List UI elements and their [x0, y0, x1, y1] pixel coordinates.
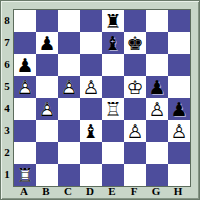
- square-g1[interactable]: [146, 164, 168, 186]
- square-h6[interactable]: [168, 54, 190, 76]
- black-pawn[interactable]: ♟: [168, 98, 190, 120]
- square-h5[interactable]: [168, 76, 190, 98]
- file-label-a: A: [13, 185, 35, 199]
- square-b2[interactable]: [36, 142, 58, 164]
- rank-labels: 87654321: [1, 9, 13, 185]
- white-pawn[interactable]: ♟♙: [14, 76, 36, 98]
- square-e5[interactable]: [102, 76, 124, 98]
- square-d4[interactable]: [80, 98, 102, 120]
- file-label-d: D: [79, 185, 101, 199]
- square-g5[interactable]: ♟: [146, 76, 168, 98]
- square-d7[interactable]: [80, 32, 102, 54]
- rank-label-8: 8: [1, 9, 13, 31]
- square-a2[interactable]: [14, 142, 36, 164]
- square-b1[interactable]: [36, 164, 58, 186]
- white-pawn-fill: ♟: [36, 98, 58, 120]
- file-label-c: C: [57, 185, 79, 199]
- black-pawn-fill: ♟: [36, 32, 58, 54]
- file-label-e: E: [101, 185, 123, 199]
- black-pawn-fill: ♟: [14, 54, 36, 76]
- square-e2[interactable]: [102, 142, 124, 164]
- square-f2[interactable]: [124, 142, 146, 164]
- white-pawn-fill: ♟: [168, 120, 190, 142]
- white-rook-fill: ♜: [14, 164, 36, 186]
- square-g4[interactable]: ♟♙: [146, 98, 168, 120]
- square-a7[interactable]: [14, 32, 36, 54]
- square-h1[interactable]: [168, 164, 190, 186]
- square-a8[interactable]: [14, 10, 36, 32]
- white-pawn[interactable]: ♟♙: [124, 120, 146, 142]
- white-rook-fill: ♜: [102, 98, 124, 120]
- black-pawn[interactable]: ♟: [36, 32, 58, 54]
- white-pawn-outline: ♙: [36, 98, 58, 120]
- white-pawn-fill: ♟: [14, 76, 36, 98]
- square-b3[interactable]: [36, 120, 58, 142]
- white-pawn-outline: ♙: [146, 98, 168, 120]
- white-pawn-outline: ♙: [80, 76, 102, 98]
- square-g3[interactable]: [146, 120, 168, 142]
- square-f3[interactable]: ♟♙: [124, 120, 146, 142]
- square-e6[interactable]: [102, 54, 124, 76]
- file-labels: ABCDEFGH: [13, 185, 189, 199]
- black-bishop-fill: ♝: [80, 120, 102, 142]
- square-e1[interactable]: [102, 164, 124, 186]
- square-d1[interactable]: [80, 164, 102, 186]
- square-g7[interactable]: [146, 32, 168, 54]
- black-pawn[interactable]: ♟: [146, 76, 168, 98]
- square-h8[interactable]: [168, 10, 190, 32]
- square-d2[interactable]: [80, 142, 102, 164]
- square-g6[interactable]: [146, 54, 168, 76]
- file-label-f: F: [123, 185, 145, 199]
- white-pawn-outline: ♙: [14, 76, 36, 98]
- square-b6[interactable]: [36, 54, 58, 76]
- square-c2[interactable]: [58, 142, 80, 164]
- square-a1[interactable]: ♜♖: [14, 164, 36, 186]
- square-g2[interactable]: [146, 142, 168, 164]
- square-c8[interactable]: [58, 10, 80, 32]
- square-h4[interactable]: ♟: [168, 98, 190, 120]
- square-d3[interactable]: ♝: [80, 120, 102, 142]
- white-pawn[interactable]: ♟♙: [80, 76, 102, 98]
- square-f1[interactable]: [124, 164, 146, 186]
- square-d6[interactable]: [80, 54, 102, 76]
- black-pawn-fill: ♟: [168, 98, 190, 120]
- square-c7[interactable]: [58, 32, 80, 54]
- black-bishop-fill: ♝: [102, 32, 124, 54]
- file-label-b: B: [35, 185, 57, 199]
- black-king-fill: ♚: [124, 32, 146, 54]
- rank-label-5: 5: [1, 75, 13, 97]
- black-bishop[interactable]: ♝: [102, 32, 124, 54]
- white-pawn[interactable]: ♟♙: [168, 120, 190, 142]
- white-king[interactable]: ♚♔: [124, 76, 146, 98]
- white-pawn[interactable]: ♟♙: [36, 98, 58, 120]
- white-pawn[interactable]: ♟♙: [58, 76, 80, 98]
- white-pawn-fill: ♟: [146, 98, 168, 120]
- square-c3[interactable]: [58, 120, 80, 142]
- white-king-outline: ♔: [124, 76, 146, 98]
- white-pawn-fill: ♟: [58, 76, 80, 98]
- square-a5[interactable]: ♟♙: [14, 76, 36, 98]
- square-a6[interactable]: ♟: [14, 54, 36, 76]
- chess-board-frame: 87654321 ♜♟♝♚♟♟♙♟♙♟♙♚♔♟♟♙♜♖♟♙♟♝♟♙♟♙♜♖ AB…: [0, 0, 200, 200]
- black-rook-fill: ♜: [102, 10, 124, 32]
- white-pawn-outline: ♙: [58, 76, 80, 98]
- white-rook-outline: ♖: [102, 98, 124, 120]
- black-pawn-fill: ♟: [146, 76, 168, 98]
- square-e8[interactable]: ♜: [102, 10, 124, 32]
- square-c5[interactable]: ♟♙: [58, 76, 80, 98]
- square-a4[interactable]: [14, 98, 36, 120]
- square-f4[interactable]: [124, 98, 146, 120]
- black-rook[interactable]: ♜: [102, 10, 124, 32]
- rank-label-4: 4: [1, 97, 13, 119]
- square-h3[interactable]: ♟♙: [168, 120, 190, 142]
- square-d8[interactable]: [80, 10, 102, 32]
- square-d5[interactable]: ♟♙: [80, 76, 102, 98]
- square-h2[interactable]: [168, 142, 190, 164]
- rank-label-1: 1: [1, 163, 13, 185]
- black-king[interactable]: ♚: [124, 32, 146, 54]
- square-a3[interactable]: [14, 120, 36, 142]
- square-b7[interactable]: ♟: [36, 32, 58, 54]
- square-f7[interactable]: ♚: [124, 32, 146, 54]
- rank-label-3: 3: [1, 119, 13, 141]
- black-pawn[interactable]: ♟: [14, 54, 36, 76]
- square-b4[interactable]: ♟♙: [36, 98, 58, 120]
- square-b8[interactable]: [36, 10, 58, 32]
- square-f8[interactable]: [124, 10, 146, 32]
- white-pawn[interactable]: ♟♙: [146, 98, 168, 120]
- rank-label-2: 2: [1, 141, 13, 163]
- file-label-h: H: [167, 185, 189, 199]
- square-e4[interactable]: ♜♖: [102, 98, 124, 120]
- rank-label-7: 7: [1, 31, 13, 53]
- square-b5[interactable]: [36, 76, 58, 98]
- square-g8[interactable]: [146, 10, 168, 32]
- chess-board[interactable]: ♜♟♝♚♟♟♙♟♙♟♙♚♔♟♟♙♜♖♟♙♟♝♟♙♟♙♜♖: [13, 9, 191, 187]
- white-rook[interactable]: ♜♖: [14, 164, 36, 186]
- square-c4[interactable]: [58, 98, 80, 120]
- square-e7[interactable]: ♝: [102, 32, 124, 54]
- square-e3[interactable]: [102, 120, 124, 142]
- white-rook[interactable]: ♜♖: [102, 98, 124, 120]
- black-bishop[interactable]: ♝: [80, 120, 102, 142]
- white-pawn-outline: ♙: [124, 120, 146, 142]
- white-rook-outline: ♖: [14, 164, 36, 186]
- white-king-fill: ♚: [124, 76, 146, 98]
- white-pawn-fill: ♟: [80, 76, 102, 98]
- rank-label-6: 6: [1, 53, 13, 75]
- square-f6[interactable]: [124, 54, 146, 76]
- file-label-g: G: [145, 185, 167, 199]
- square-c6[interactable]: [58, 54, 80, 76]
- square-f5[interactable]: ♚♔: [124, 76, 146, 98]
- white-pawn-fill: ♟: [124, 120, 146, 142]
- square-h7[interactable]: [168, 32, 190, 54]
- square-c1[interactable]: [58, 164, 80, 186]
- white-pawn-outline: ♙: [168, 120, 190, 142]
